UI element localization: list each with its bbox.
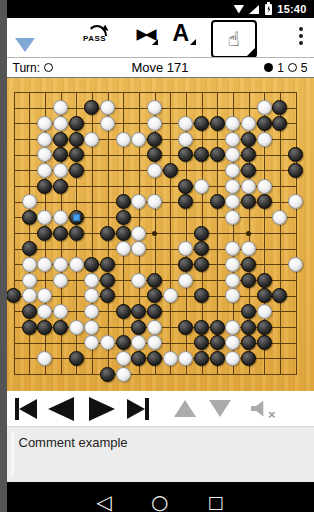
black-stone (163, 163, 178, 178)
white-stone (225, 241, 240, 256)
recents-icon[interactable]: □ (207, 492, 223, 512)
white-stone (147, 194, 162, 209)
white-stone (84, 304, 99, 319)
comment-box[interactable]: Comment example (7, 426, 314, 482)
black-stone (194, 116, 209, 131)
black-stone (22, 210, 37, 225)
black-stone (69, 163, 84, 178)
white-stone (225, 273, 240, 288)
black-stone (100, 257, 115, 272)
black-stone (210, 351, 225, 366)
black-stone (147, 288, 162, 303)
white-stone (37, 147, 52, 162)
black-stone (194, 288, 209, 303)
status-bar: 15:40 (7, 0, 314, 18)
wifi-icon (233, 5, 244, 14)
toolbar: PASS ▶◀ A ☝ (7, 18, 314, 57)
white-stone-icon (288, 63, 297, 72)
white-stone (53, 100, 68, 115)
white-stone (100, 335, 115, 350)
black-stone (53, 179, 68, 194)
white-stone (147, 100, 162, 115)
black-stone (100, 288, 115, 303)
black-stone (84, 257, 99, 272)
black-stone (194, 320, 209, 335)
white-stone (147, 335, 162, 350)
white-stone (225, 210, 240, 225)
black-stone (272, 288, 287, 303)
white-stone (241, 241, 256, 256)
black-stone (257, 335, 272, 350)
black-stone (241, 273, 256, 288)
next-triangle-icon (89, 397, 115, 421)
black-stone (210, 320, 225, 335)
white-stone (37, 304, 52, 319)
black-stone (22, 304, 37, 319)
black-stone (22, 320, 37, 335)
black-stone (241, 335, 256, 350)
lightning-icon (267, 6, 271, 13)
white-stone (53, 257, 68, 272)
black-stone (100, 367, 115, 382)
black-stone (194, 226, 209, 241)
white-stone (131, 241, 146, 256)
white-stone (100, 116, 115, 131)
white-stone (225, 351, 240, 366)
white-stone (241, 116, 256, 131)
pass-button[interactable]: PASS (73, 22, 117, 43)
black-stone (147, 273, 162, 288)
black-stone (131, 351, 146, 366)
white-stone (84, 335, 99, 350)
black-stone (210, 194, 225, 209)
black-stone (116, 226, 131, 241)
grid-line-v (170, 92, 171, 375)
black-stone (116, 194, 131, 209)
white-stone (147, 116, 162, 131)
black-stone (37, 179, 52, 194)
white-stone (53, 116, 68, 131)
white-stone (163, 288, 178, 303)
white-stone (225, 147, 240, 162)
white-stone (84, 273, 99, 288)
white-stone (147, 320, 162, 335)
mute-button[interactable]: × (251, 399, 275, 419)
go-app-window: 15:40 PASS ▶◀ A ☝ Turn: Move 171 (7, 0, 314, 512)
variation-up-button[interactable] (174, 400, 196, 417)
pass-arrow-icon (73, 22, 117, 34)
black-stone (194, 147, 209, 162)
black-stone (116, 335, 131, 350)
white-stone (131, 273, 146, 288)
android-nav-bar: ◁ ○ □ (7, 482, 314, 512)
white-stone (225, 163, 240, 178)
white-stone (131, 226, 146, 241)
white-stone (194, 179, 209, 194)
comment-text: Comment example (19, 435, 128, 450)
white-stone (84, 320, 99, 335)
grid-line-v (296, 92, 297, 375)
white-stone (225, 257, 240, 272)
variation-down-button[interactable] (209, 400, 231, 417)
white-stone (241, 179, 256, 194)
black-stone (100, 226, 115, 241)
white-stone (288, 194, 303, 209)
turn-bar: Turn: Move 171 1 5 (7, 57, 314, 78)
black-stone (131, 320, 146, 335)
black-stone (257, 288, 272, 303)
white-stone (84, 132, 99, 147)
black-stone (116, 304, 131, 319)
skip-end-icon (145, 398, 149, 420)
black-stone (257, 116, 272, 131)
black-stone (210, 147, 225, 162)
back-icon[interactable]: ◁ (97, 490, 112, 512)
white-stone (116, 367, 131, 382)
black-stone (69, 116, 84, 131)
grid-line-v (280, 92, 281, 375)
black-stone (22, 241, 37, 256)
black-stone (147, 147, 162, 162)
white-stone (100, 100, 115, 115)
black-stone (116, 210, 131, 225)
last-move-marker (73, 214, 80, 221)
black-stone (241, 320, 256, 335)
previous-move-button[interactable] (48, 397, 74, 421)
black-stone (288, 163, 303, 178)
black-stone (194, 335, 209, 350)
black-stone-icon (264, 63, 273, 72)
black-stone (257, 273, 272, 288)
white-stone (225, 116, 240, 131)
black-stone (241, 132, 256, 147)
black-stone (272, 116, 287, 131)
white-stone (225, 320, 240, 335)
black-stone (241, 194, 256, 209)
white-stone (225, 335, 240, 350)
white-stone (178, 132, 193, 147)
black-stone (241, 147, 256, 162)
white-stone (22, 257, 37, 272)
next-move-button[interactable] (89, 397, 115, 421)
white-stone (225, 132, 240, 147)
white-stone (53, 304, 68, 319)
white-stone (22, 194, 37, 209)
white-stone (53, 273, 68, 288)
black-stone (69, 226, 84, 241)
hand-tool-button-selected[interactable]: ☝ (211, 20, 257, 58)
black-stone (178, 194, 193, 209)
white-stone (225, 179, 240, 194)
hand-pointer-icon: ☝ (227, 29, 239, 49)
white-stone (37, 351, 52, 366)
white-stone (131, 194, 146, 209)
black-stone (194, 351, 209, 366)
white-stone (37, 210, 52, 225)
black-stone (131, 304, 146, 319)
white-stone (22, 288, 37, 303)
white-stone (37, 132, 52, 147)
black-stone (69, 147, 84, 162)
black-stone (178, 257, 193, 272)
white-stone (131, 335, 146, 350)
white-stone (37, 257, 52, 272)
black-stone (37, 320, 52, 335)
white-stone (288, 257, 303, 272)
label-tool-button[interactable]: A (173, 20, 190, 47)
black-stone (257, 320, 272, 335)
scroll-strip (11, 433, 14, 476)
first-move-button[interactable] (15, 398, 37, 420)
black-stone (84, 100, 99, 115)
white-stone (272, 210, 287, 225)
black-stone (100, 273, 115, 288)
black-stone (147, 351, 162, 366)
white-stone (147, 163, 162, 178)
black-stone (210, 335, 225, 350)
dropdown-corner-icon (152, 39, 158, 45)
black-stone (257, 194, 272, 209)
black-stone (210, 116, 225, 131)
white-stone (163, 351, 178, 366)
white-stone (53, 210, 68, 225)
speaker-muted-icon (251, 401, 267, 417)
black-stone (178, 179, 193, 194)
white-stone (37, 163, 52, 178)
black-stone (241, 163, 256, 178)
white-stone (178, 116, 193, 131)
star-point (152, 231, 157, 236)
black-stone (288, 147, 303, 162)
up-triangle-icon (174, 400, 196, 417)
black-stone (69, 351, 84, 366)
black-stone (53, 226, 68, 241)
black-stone (37, 226, 52, 241)
go-board[interactable] (7, 78, 314, 391)
black-stone (194, 257, 209, 272)
cell-signal-icon (249, 5, 259, 14)
white-stone (178, 351, 193, 366)
black-stone (147, 304, 162, 319)
white-stone (257, 179, 272, 194)
prev-triangle-icon (48, 397, 74, 421)
white-stone (178, 241, 193, 256)
down-triangle-icon (209, 400, 231, 417)
white-stone (22, 273, 37, 288)
black-stone (178, 147, 193, 162)
black-stone (178, 320, 193, 335)
white-stone (116, 241, 131, 256)
black-stone (272, 100, 287, 115)
collapse-triangle-icon[interactable] (15, 38, 35, 52)
white-stone (116, 132, 131, 147)
black-stone (241, 257, 256, 272)
white-stone (69, 257, 84, 272)
flip-variation-button[interactable]: ▶◀ (137, 25, 154, 43)
white-stone (37, 288, 52, 303)
white-count: 5 (301, 61, 308, 75)
white-stone (257, 132, 272, 147)
black-stone (241, 304, 256, 319)
star-point (246, 231, 251, 236)
capture-counters: 1 5 (264, 61, 307, 75)
playback-controls: × (7, 391, 314, 426)
white-stone (53, 163, 68, 178)
white-stone (116, 351, 131, 366)
white-stone (225, 288, 240, 303)
black-stone (53, 132, 68, 147)
white-stone (257, 100, 272, 115)
white-stone (84, 288, 99, 303)
white-stone (225, 194, 240, 209)
dropdown-corner-icon (190, 39, 196, 45)
black-stone (194, 241, 209, 256)
black-stone (7, 288, 22, 303)
black-stone (147, 132, 162, 147)
white-stone (131, 132, 146, 147)
white-stone (37, 116, 52, 131)
white-stone (69, 320, 84, 335)
home-icon[interactable]: ○ (151, 490, 168, 512)
black-count: 1 (277, 61, 284, 75)
white-stone (178, 273, 193, 288)
black-stone (53, 320, 68, 335)
battery-charging-icon (265, 4, 272, 15)
black-stone (53, 147, 68, 162)
overflow-menu-button[interactable] (299, 27, 303, 45)
black-stone (241, 351, 256, 366)
black-stone (69, 132, 84, 147)
last-move-button[interactable] (127, 398, 149, 420)
white-stone (257, 304, 272, 319)
dropdown-corner-icon (247, 48, 255, 56)
grid-line-h (14, 374, 297, 375)
clock-text: 15:40 (277, 3, 306, 15)
